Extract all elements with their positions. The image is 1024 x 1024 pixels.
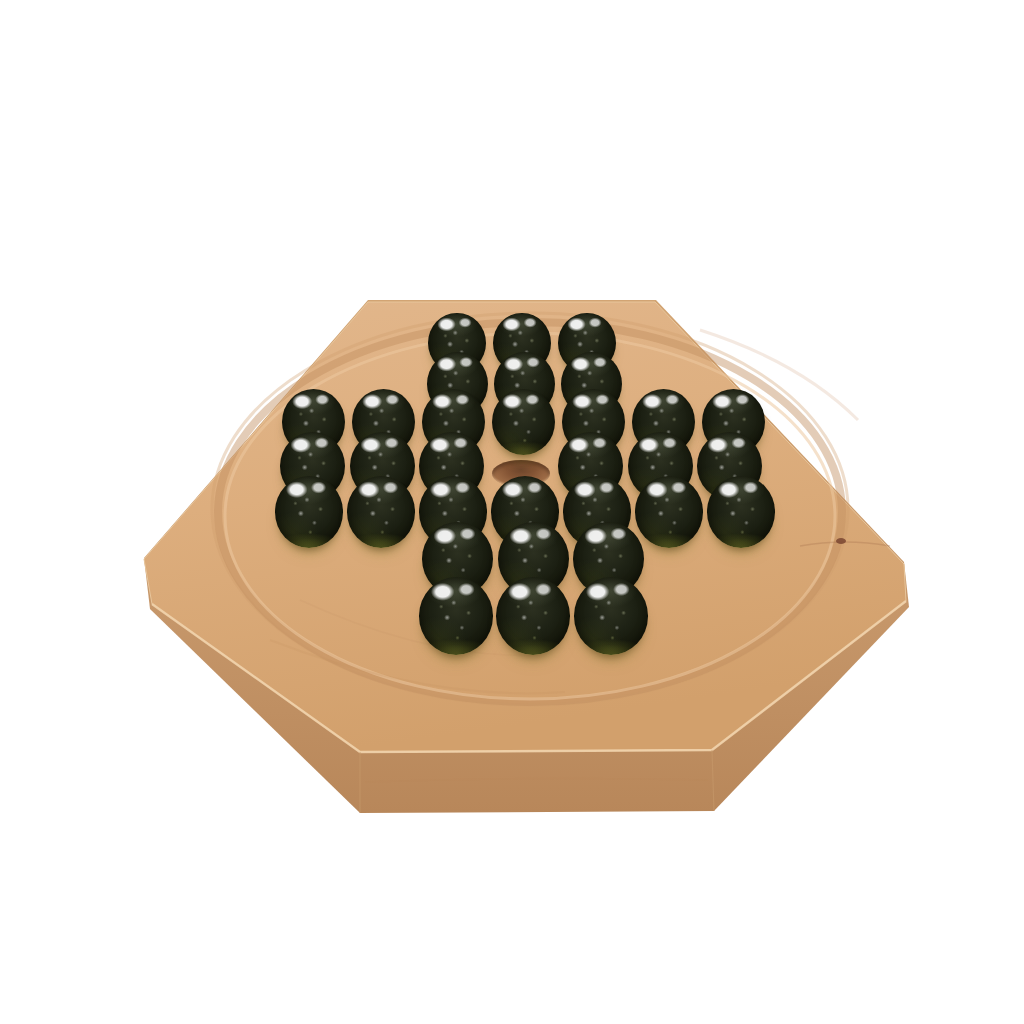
marble-r5c6[interactable] <box>635 476 703 547</box>
marble-r7c3[interactable] <box>419 577 493 655</box>
marble-r5c2[interactable] <box>347 476 415 547</box>
wood-knot <box>836 538 846 544</box>
marble-r3c4[interactable] <box>492 389 555 455</box>
marble-r7c5[interactable] <box>574 577 648 655</box>
marble-r5c1[interactable] <box>275 476 343 547</box>
marble-r5c7[interactable] <box>707 476 775 547</box>
marble-r7c4[interactable] <box>496 577 570 655</box>
product-photo-solitaire-board <box>0 0 1024 1024</box>
